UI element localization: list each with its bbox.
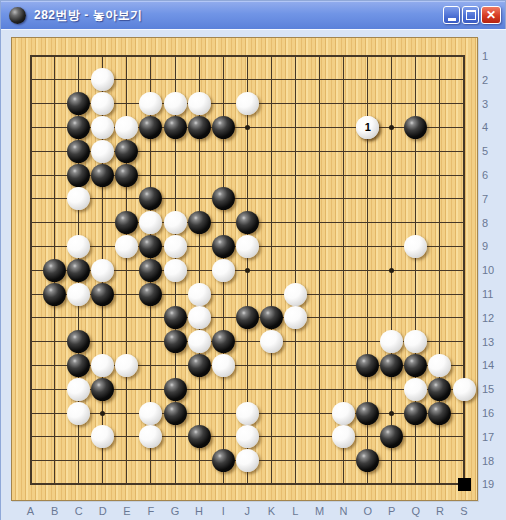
go-board[interactable]: 1 — [11, 37, 478, 501]
title-bar: 282번방 - 놓아보기 ✕ — [1, 1, 505, 29]
row-label-10: 10 — [482, 263, 504, 277]
column-label-S: S — [456, 504, 472, 518]
white-stone-D2 — [91, 68, 114, 91]
row-label-8: 8 — [482, 216, 504, 230]
black-stone-I18 — [212, 449, 235, 472]
black-stone-F7 — [139, 187, 162, 210]
white-stone-C7 — [67, 187, 90, 210]
move-number-label: 1 — [365, 121, 371, 133]
star-point — [100, 411, 105, 416]
black-stone-B11 — [43, 283, 66, 306]
row-label-12: 12 — [482, 311, 504, 325]
column-label-P: P — [384, 504, 400, 518]
black-stone-C6 — [67, 164, 90, 187]
black-stone-P17 — [380, 425, 403, 448]
white-stone-D17 — [91, 425, 114, 448]
white-stone-C15 — [67, 378, 90, 401]
black-stone-G12 — [164, 306, 187, 329]
white-stone-D5 — [91, 140, 114, 163]
black-stone-O18 — [356, 449, 379, 472]
row-label-3: 3 — [482, 97, 504, 111]
black-stone-P14 — [380, 354, 403, 377]
row-label-19: 19 — [482, 477, 504, 491]
column-label-D: D — [95, 504, 111, 518]
white-stone-G3 — [164, 92, 187, 115]
white-stone-H12 — [188, 306, 211, 329]
white-stone-E4 — [115, 116, 138, 139]
row-label-5: 5 — [482, 144, 504, 158]
maximize-icon — [466, 10, 476, 20]
grid-line — [295, 55, 296, 485]
black-stone-E6 — [115, 164, 138, 187]
white-stone-J9 — [236, 235, 259, 258]
column-label-G: G — [167, 504, 183, 518]
close-button[interactable]: ✕ — [481, 6, 501, 24]
maximize-button[interactable] — [462, 6, 479, 24]
go-stone-icon — [9, 7, 26, 24]
star-point — [389, 125, 394, 130]
row-label-15: 15 — [482, 382, 504, 396]
column-label-L: L — [287, 504, 303, 518]
white-stone-J17 — [236, 425, 259, 448]
column-label-N: N — [336, 504, 352, 518]
minimize-button[interactable] — [443, 6, 460, 24]
white-stone-Q9 — [404, 235, 427, 258]
black-stone-E8 — [115, 211, 138, 234]
black-stone-Q4 — [404, 116, 427, 139]
white-stone-G8 — [164, 211, 187, 234]
column-label-H: H — [191, 504, 207, 518]
black-stone-C13 — [67, 330, 90, 353]
row-label-14: 14 — [482, 358, 504, 372]
black-stone-C3 — [67, 92, 90, 115]
minimize-icon — [448, 18, 456, 21]
window-title: 282번방 - 놓아보기 — [34, 7, 443, 24]
white-stone-C11 — [67, 283, 90, 306]
column-label-E: E — [119, 504, 135, 518]
row-label-17: 17 — [482, 430, 504, 444]
black-stone-E5 — [115, 140, 138, 163]
white-stone-S15 — [453, 378, 476, 401]
white-stone-C9 — [67, 235, 90, 258]
white-stone-F17 — [139, 425, 162, 448]
white-stone-H13 — [188, 330, 211, 353]
white-stone-F16 — [139, 402, 162, 425]
black-stone-G4 — [164, 116, 187, 139]
white-stone-J18 — [236, 449, 259, 472]
black-stone-C10 — [67, 259, 90, 282]
close-icon: ✕ — [486, 8, 496, 22]
white-stone-D4 — [91, 116, 114, 139]
last-move-marker — [458, 478, 471, 491]
white-stone-D10 — [91, 259, 114, 282]
row-label-7: 7 — [482, 192, 504, 206]
column-label-Q: Q — [408, 504, 424, 518]
white-stone-D14 — [91, 354, 114, 377]
black-stone-C4 — [67, 116, 90, 139]
white-stone-P13 — [380, 330, 403, 353]
column-label-B: B — [47, 504, 63, 518]
white-stone-N16 — [332, 402, 355, 425]
white-stone-H11 — [188, 283, 211, 306]
row-label-16: 16 — [482, 406, 504, 420]
black-stone-B10 — [43, 259, 66, 282]
column-label-J: J — [239, 504, 255, 518]
row-label-2: 2 — [482, 73, 504, 87]
white-stone-J3 — [236, 92, 259, 115]
white-stone-I14 — [212, 354, 235, 377]
white-stone-I10 — [212, 259, 235, 282]
black-stone-G13 — [164, 330, 187, 353]
black-stone-H17 — [188, 425, 211, 448]
black-stone-Q14 — [404, 354, 427, 377]
black-stone-D15 — [91, 378, 114, 401]
black-stone-F4 — [139, 116, 162, 139]
black-stone-F11 — [139, 283, 162, 306]
black-stone-O16 — [356, 402, 379, 425]
grid-line — [463, 55, 465, 485]
black-stone-Q16 — [404, 402, 427, 425]
black-stone-D11 — [91, 283, 114, 306]
white-stone-F8 — [139, 211, 162, 234]
black-stone-I7 — [212, 187, 235, 210]
black-stone-I13 — [212, 330, 235, 353]
black-stone-J12 — [236, 306, 259, 329]
white-stone-L12 — [284, 306, 307, 329]
star-point — [389, 268, 394, 273]
black-stone-C5 — [67, 140, 90, 163]
white-stone-G9 — [164, 235, 187, 258]
window-body: 1 ABCDEFGHIJKLMNOPQRS1234567891011121314… — [1, 29, 506, 520]
grid-line — [271, 55, 272, 485]
row-label-4: 4 — [482, 120, 504, 134]
black-stone-C14 — [67, 354, 90, 377]
column-label-I: I — [215, 504, 231, 518]
column-label-O: O — [360, 504, 376, 518]
row-label-1: 1 — [482, 49, 504, 63]
white-stone-C16 — [67, 402, 90, 425]
window-controls: ✕ — [443, 6, 501, 24]
white-stone-G10 — [164, 259, 187, 282]
black-stone-O14 — [356, 354, 379, 377]
star-point — [389, 411, 394, 416]
white-stone-H3 — [188, 92, 211, 115]
column-label-F: F — [143, 504, 159, 518]
star-point — [245, 268, 250, 273]
black-stone-F9 — [139, 235, 162, 258]
black-stone-G16 — [164, 402, 187, 425]
black-stone-H14 — [188, 354, 211, 377]
white-stone-R14 — [428, 354, 451, 377]
black-stone-R15 — [428, 378, 451, 401]
column-label-M: M — [312, 504, 328, 518]
white-stone-Q15 — [404, 378, 427, 401]
grid-line — [30, 483, 466, 485]
black-stone-H4 — [188, 116, 211, 139]
black-stone-H8 — [188, 211, 211, 234]
app-window: 282번방 - 놓아보기 ✕ 1 ABCDEFGHIJKLMNOPQRS1234… — [0, 0, 506, 520]
column-label-K: K — [263, 504, 279, 518]
white-stone-Q13 — [404, 330, 427, 353]
column-label-R: R — [432, 504, 448, 518]
white-stone-D3 — [91, 92, 114, 115]
row-label-9: 9 — [482, 239, 504, 253]
black-stone-D6 — [91, 164, 114, 187]
white-stone-E14 — [115, 354, 138, 377]
black-stone-K12 — [260, 306, 283, 329]
star-point — [245, 125, 250, 130]
black-stone-I9 — [212, 235, 235, 258]
white-stone-F3 — [139, 92, 162, 115]
grid-line — [319, 55, 320, 485]
column-label-A: A — [23, 504, 39, 518]
white-stone-K13 — [260, 330, 283, 353]
column-label-C: C — [71, 504, 87, 518]
white-stone-N17 — [332, 425, 355, 448]
black-stone-G15 — [164, 378, 187, 401]
white-stone-J16 — [236, 402, 259, 425]
black-stone-R16 — [428, 402, 451, 425]
row-label-13: 13 — [482, 335, 504, 349]
marked-move-stone: 1 — [356, 116, 379, 139]
row-label-6: 6 — [482, 168, 504, 182]
row-label-11: 11 — [482, 287, 504, 301]
row-label-18: 18 — [482, 454, 504, 468]
black-stone-J8 — [236, 211, 259, 234]
white-stone-L11 — [284, 283, 307, 306]
white-stone-E9 — [115, 235, 138, 258]
black-stone-I4 — [212, 116, 235, 139]
black-stone-F10 — [139, 259, 162, 282]
